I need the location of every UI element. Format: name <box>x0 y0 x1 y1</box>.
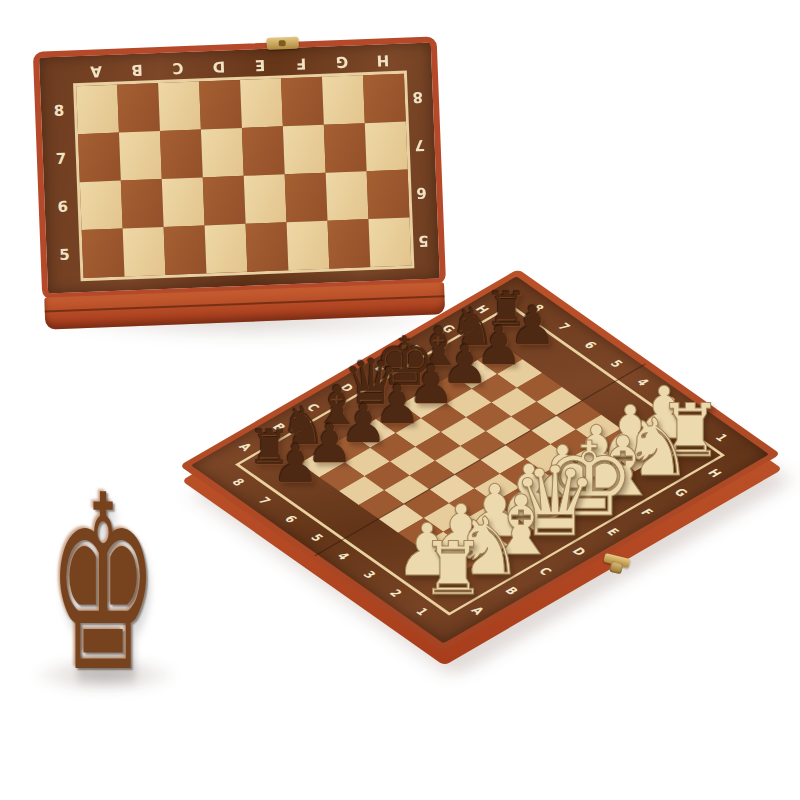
folded-chess-board: ABCDEFGH 8765 8765 <box>33 36 447 329</box>
folded-board-grid <box>76 74 411 278</box>
folded-rank-label-7: 7 <box>49 134 73 183</box>
folded-square <box>242 126 285 176</box>
folded-square <box>240 78 283 128</box>
folded-square <box>117 83 160 133</box>
folded-square <box>246 222 289 272</box>
folded-square <box>368 218 411 268</box>
folded-square <box>82 229 125 279</box>
folded-rank-label-5: 5 <box>53 230 77 279</box>
folded-square <box>363 74 406 124</box>
folded-square <box>160 129 203 179</box>
folded-rank-label-6: 6 <box>410 169 434 218</box>
folded-square <box>285 173 328 223</box>
folded-clasp-icon <box>267 37 299 50</box>
folded-square <box>281 77 324 127</box>
folded-square <box>328 219 371 269</box>
folded-rank-label-7: 7 <box>408 121 432 170</box>
folded-square <box>121 179 164 229</box>
folded-board-pinstripe <box>73 71 414 282</box>
folded-square <box>287 221 330 271</box>
folded-square <box>283 125 326 175</box>
folded-square <box>80 181 123 231</box>
folded-square <box>367 170 410 220</box>
folded-square <box>119 131 162 181</box>
folded-rank-label-6: 6 <box>51 182 75 231</box>
folded-square <box>162 177 205 227</box>
folded-board-face: ABCDEFGH 8765 8765 <box>33 36 446 299</box>
folded-square <box>205 224 248 274</box>
folded-square <box>164 225 207 275</box>
folded-square <box>203 176 246 226</box>
folded-square <box>365 122 408 172</box>
folded-board-seam <box>45 296 445 313</box>
folded-square <box>201 128 244 178</box>
folded-left-numbers: 8765 <box>47 86 76 279</box>
folded-square <box>199 80 242 130</box>
folded-rank-label-8: 8 <box>47 86 71 135</box>
folded-square <box>78 133 121 183</box>
folded-square <box>244 174 287 224</box>
piece-light-rook-a1[interactable]: ♜ <box>421 532 487 605</box>
chess-set-scene: ABCDEFGH 8765 8765 HGFEDCBA HGFEDCBA 876… <box>0 0 800 800</box>
piece-dark-pawn-a7[interactable]: ♟ <box>272 438 320 491</box>
folded-square <box>158 81 201 131</box>
folded-square <box>76 85 119 135</box>
folded-rank-label-5: 5 <box>411 217 435 266</box>
folded-square <box>326 171 369 221</box>
lone-dark-king[interactable]: ♚ <box>48 464 158 706</box>
folded-square <box>324 123 367 173</box>
folded-rank-label-8: 8 <box>406 73 430 122</box>
folded-square <box>123 227 166 277</box>
folded-square <box>322 75 365 125</box>
